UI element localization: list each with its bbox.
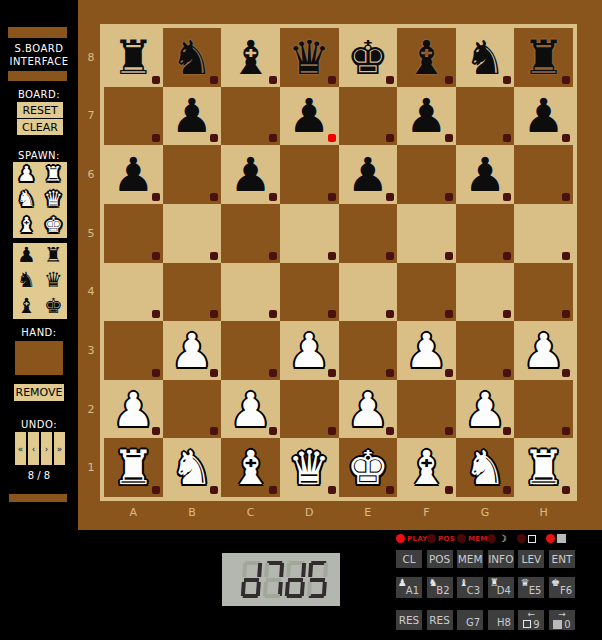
piece-white-pawn[interactable]: ♟ (464, 386, 506, 433)
key-label: A1 (406, 585, 419, 596)
piece-black-pawn[interactable]: ♟ (229, 151, 271, 198)
square-h7[interactable]: ♟ (514, 87, 573, 146)
black-square-icon (553, 620, 562, 629)
piece-white-rook[interactable]: ♜ (112, 444, 154, 491)
sensor-dot (386, 76, 394, 84)
square-g3[interactable] (456, 321, 515, 380)
rank-label-8: 8 (78, 28, 104, 87)
square-h2[interactable] (514, 380, 573, 439)
piece-white-queen[interactable]: ♛ (288, 444, 330, 491)
piece-white-bishop[interactable]: ♝ (229, 444, 271, 491)
sensor-dot (562, 310, 570, 318)
square-f5[interactable] (397, 204, 456, 263)
piece-black-rook[interactable]: ♜ (44, 243, 63, 267)
rank-label-2: 2 (78, 380, 104, 439)
spawn-white-pawn[interactable]: ♟ (17, 163, 36, 186)
hand-slot[interactable] (15, 341, 63, 375)
lcd-digit-2 (263, 561, 285, 598)
lcd-segment (243, 594, 258, 598)
piece-white-pawn[interactable]: ♟ (229, 386, 271, 433)
sensor-dot (445, 369, 453, 377)
sensor-dot (210, 134, 218, 142)
control-panel: PLAYPOSMEM☽ CLPOSMEMINFOLEVENT♟A1♞B2♝C3♜… (0, 530, 602, 640)
key-lev[interactable]: LEV (518, 550, 544, 568)
lcd-segment (310, 578, 325, 582)
led-play (396, 534, 405, 543)
lcd-segment (309, 594, 324, 598)
piece-white-pawn[interactable]: ♟ (405, 327, 447, 374)
title-line1: S.BOARD (0, 42, 78, 55)
key-label: B2 (436, 585, 449, 596)
sensor-dot (328, 369, 336, 377)
led-pos (427, 534, 436, 543)
piece-white-pawn[interactable]: ♟ (112, 386, 154, 433)
lcd-segment (301, 563, 306, 577)
piece-white-knight[interactable]: ♞ (171, 444, 213, 491)
piece-black-pawn[interactable]: ♟ (405, 92, 447, 139)
piece-white-pawn[interactable]: ♟ (171, 327, 213, 374)
square-g6[interactable]: ♟ (456, 145, 515, 204)
piece-white-king[interactable]: ♚ (347, 444, 389, 491)
sensor-dot (562, 76, 570, 84)
lcd-segment (279, 563, 284, 577)
spawn-white-queen[interactable]: ♛ (44, 188, 63, 211)
square-b4[interactable] (163, 263, 222, 322)
key-label: E5 (529, 585, 542, 596)
square-c6[interactable]: ♟ (221, 145, 280, 204)
file-label-g: G (456, 499, 515, 526)
lcd-segment (266, 578, 281, 582)
square-d2[interactable] (280, 380, 339, 439)
key-c3[interactable]: ♝C3 (457, 577, 483, 598)
lcd-digits (241, 561, 329, 598)
square-d8[interactable]: ♛ (280, 28, 339, 87)
square-d3[interactable]: ♟ (280, 321, 339, 380)
key-f6[interactable]: ♚F6 (549, 577, 575, 598)
spawn-white-bishop[interactable]: ♝ (17, 214, 36, 237)
sensor-dot (328, 193, 336, 201)
sensor-dot (269, 193, 277, 201)
led-white-square-group (517, 534, 536, 543)
spawn-white-rook[interactable]: ♜ (44, 163, 63, 186)
led-white-square (517, 534, 526, 543)
undo-controls: «‹›» (15, 432, 67, 465)
square-a7[interactable] (104, 87, 163, 146)
sensor-dot (445, 252, 453, 260)
spawn-black-bishop[interactable]: ♝ (17, 295, 36, 318)
square-f6[interactable] (397, 145, 456, 204)
square-a4[interactable] (104, 263, 163, 322)
spawn-white-knight[interactable]: ♞ (17, 188, 36, 211)
led-label: MEM (468, 535, 488, 543)
sensor-dot (503, 310, 511, 318)
square-d4[interactable] (280, 263, 339, 322)
sensor-dot (328, 486, 336, 494)
piece-white-king[interactable]: ♚ (44, 213, 63, 237)
sensor-dot (328, 76, 336, 84)
square-h3[interactable]: ♟ (514, 321, 573, 380)
lcd-segment (242, 563, 247, 577)
left-arrow-icon: ← (528, 611, 536, 618)
lcd-segment (288, 578, 303, 582)
lcd-display (222, 553, 340, 606)
led-pos-group: POS (427, 534, 455, 543)
file-label-a: A (104, 499, 163, 526)
square-c8[interactable]: ♝ (221, 28, 280, 87)
sensor-dot (562, 486, 570, 494)
sensor-dot (503, 427, 511, 435)
undo-backward-button[interactable]: ‹ (28, 432, 39, 465)
lcd-digit-3 (285, 561, 307, 598)
sensor-dot (152, 252, 160, 260)
piece-white-rook[interactable]: ♜ (44, 162, 63, 186)
square-h1[interactable]: ♜ (514, 438, 573, 497)
rank-label-5: 5 (78, 204, 104, 263)
piece-black-pawn[interactable]: ♟ (171, 92, 213, 139)
square-a6[interactable]: ♟ (104, 145, 163, 204)
board-section-label: BOARD: (0, 89, 78, 100)
piece-black-bishop[interactable]: ♝ (405, 34, 447, 81)
right-arrow-icon: → (558, 611, 566, 618)
lcd-segment (257, 563, 262, 577)
key-h8[interactable]: H8 (488, 610, 514, 630)
square-c2[interactable]: ♟ (221, 380, 280, 439)
sensor-dot (328, 252, 336, 260)
sensor-dot (210, 193, 218, 201)
piece-white-knight[interactable]: ♞ (464, 444, 506, 491)
undo-fast-forward-button[interactable]: » (54, 432, 65, 465)
piece-black-pawn[interactable]: ♟ (347, 151, 389, 198)
led-mem (457, 534, 466, 543)
file-label-e: E (339, 499, 398, 526)
square-g4[interactable] (456, 263, 515, 322)
lcd-segment (264, 563, 269, 577)
square-b7[interactable]: ♟ (163, 87, 222, 146)
sensor-dot (152, 310, 160, 318)
lcd-digit-1 (241, 561, 263, 598)
sensor-dot (152, 369, 160, 377)
piece-black-queen[interactable]: ♛ (288, 34, 330, 81)
key-cl[interactable]: CL (396, 550, 422, 568)
white-square-icon (523, 620, 531, 628)
screen: S.BOARD INTERFACE BOARD: RESET CLEAR SPA… (0, 0, 602, 640)
square-c7[interactable] (221, 87, 280, 146)
undo-fast-backward-button[interactable]: « (15, 432, 26, 465)
reset-button[interactable]: RESET (17, 102, 63, 118)
file-label-h: H (514, 499, 573, 526)
sensor-dot (210, 427, 218, 435)
key-pos[interactable]: POS (427, 550, 453, 568)
sensor-dot (503, 76, 511, 84)
sensor-dot (503, 486, 511, 494)
sensor-dot (562, 252, 570, 260)
square-h6[interactable] (514, 145, 573, 204)
sensor-dot (503, 369, 511, 377)
key-d4[interactable]: ♜D4 (488, 577, 514, 598)
sensor-dot (269, 427, 277, 435)
divider-bar-top (8, 27, 67, 38)
led-moon (487, 534, 496, 543)
file-label-d: D (280, 499, 339, 526)
file-label-b: B (163, 499, 222, 526)
sensor-dot (386, 486, 394, 494)
piece-black-pawn[interactable]: ♟ (112, 151, 154, 198)
piece-black-pawn[interactable]: ♟ (523, 92, 565, 139)
piece-black-rook[interactable]: ♜ (112, 34, 154, 81)
spawn-white-king[interactable]: ♚ (44, 214, 63, 237)
spawn-black-rook[interactable]: ♜ (44, 244, 63, 267)
piece-white-pawn[interactable]: ♟ (17, 162, 36, 186)
square-f1[interactable]: ♝ (397, 438, 456, 497)
sensor-dot (152, 76, 160, 84)
sensor-dot (269, 252, 277, 260)
lcd-segment (323, 563, 328, 577)
spawn-black-knight[interactable]: ♞ (17, 269, 36, 292)
sensor-dot (386, 193, 394, 201)
sensor-dot (269, 310, 277, 318)
lcd-segment (287, 594, 302, 598)
key-mem[interactable]: MEM (457, 550, 483, 568)
clear-button[interactable]: CLEAR (17, 119, 63, 135)
piece-black-bishop[interactable]: ♝ (229, 34, 271, 81)
square-g8[interactable]: ♞ (456, 28, 515, 87)
square-d5[interactable] (280, 204, 339, 263)
undo-forward-button[interactable]: › (41, 432, 52, 465)
sensor-dot (386, 310, 394, 318)
square-d1[interactable]: ♛ (280, 438, 339, 497)
sensor-dot (210, 486, 218, 494)
square-c5[interactable] (221, 204, 280, 263)
square-h5[interactable] (514, 204, 573, 263)
led-black-square (546, 534, 555, 543)
lcd-segment (308, 563, 313, 577)
file-labels: ABCDEFGH (104, 499, 573, 526)
sensor-dot (210, 310, 218, 318)
square-f7[interactable]: ♟ (397, 87, 456, 146)
key-info[interactable]: INFO (488, 550, 514, 568)
key-label: 0 (564, 619, 570, 630)
divider-bar-bottom (9, 494, 67, 502)
piece-black-knight[interactable]: ♞ (171, 34, 213, 81)
square-a1[interactable]: ♜ (104, 438, 163, 497)
piece-black-rook[interactable]: ♜ (523, 34, 565, 81)
lcd-segment (286, 563, 291, 577)
square-d6[interactable] (280, 145, 339, 204)
sensor-dot (386, 252, 394, 260)
square-g5[interactable] (456, 204, 515, 263)
key-res-1[interactable]: RES (396, 610, 422, 630)
led-black-square-group (546, 534, 566, 543)
key-g7[interactable]: G7 (457, 610, 483, 630)
sensor-dot (269, 76, 277, 84)
sensor-dot (210, 76, 218, 84)
square-c3[interactable] (221, 321, 280, 380)
square-h8[interactable]: ♜ (514, 28, 573, 87)
key-label: F6 (560, 585, 572, 596)
piece-black-queen[interactable]: ♛ (44, 268, 63, 292)
square-d7[interactable]: ♟ (280, 87, 339, 146)
undo-section-label: UNDO: (0, 419, 78, 430)
sensor-dot (210, 369, 218, 377)
lcd-segment (244, 578, 259, 582)
sensor-dot (562, 134, 570, 142)
square-g7[interactable] (456, 87, 515, 146)
moon-icon: ☽ (498, 534, 507, 543)
square-e5[interactable] (339, 204, 398, 263)
app-title: S.BOARD INTERFACE (0, 42, 78, 68)
key-label: C3 (467, 585, 480, 596)
rank-label-7: 7 (78, 87, 104, 146)
square-a5[interactable] (104, 204, 163, 263)
spawn-palette-black: ♟♜♞♛♝♚ (13, 243, 67, 319)
piece-black-king[interactable]: ♚ (44, 294, 63, 318)
sensor-dot (386, 427, 394, 435)
square-e8[interactable]: ♚ (339, 28, 398, 87)
sensor-dot (445, 427, 453, 435)
led-moon-group: ☽ (487, 534, 507, 543)
white-square-icon (528, 535, 536, 543)
file-label-f: F (397, 499, 456, 526)
remove-button[interactable]: REMOVE (14, 384, 64, 401)
square-a3[interactable] (104, 321, 163, 380)
square-b8[interactable]: ♞ (163, 28, 222, 87)
sensor-dot (328, 427, 336, 435)
sensor-dot (210, 252, 218, 260)
key-label-row: 0 (553, 619, 570, 630)
spawn-black-queen[interactable]: ♛ (44, 269, 63, 292)
king-icon: ♚ (551, 578, 560, 588)
piece-white-knight[interactable]: ♞ (17, 187, 36, 211)
led-label: PLAY (407, 535, 428, 543)
square-f8[interactable]: ♝ (397, 28, 456, 87)
key-b2[interactable]: ♞B2 (427, 577, 453, 598)
square-b6[interactable] (163, 145, 222, 204)
key-label: H8 (497, 617, 511, 628)
piece-white-queen[interactable]: ♛ (44, 187, 63, 211)
piece-black-knight[interactable]: ♞ (464, 34, 506, 81)
sensor-dot (503, 134, 511, 142)
square-g2[interactable]: ♟ (456, 380, 515, 439)
sensor-dot (152, 193, 160, 201)
sensor-dot (269, 134, 277, 142)
rank-labels: 87654321 (78, 28, 104, 497)
hand-section-label: HAND: (0, 327, 78, 338)
piece-black-pawn[interactable]: ♟ (288, 92, 330, 139)
key-label: 9 (533, 619, 539, 630)
key-a1[interactable]: ♟A1 (396, 577, 422, 598)
sensor-dot (152, 427, 160, 435)
led-label: POS (438, 535, 455, 543)
spawn-black-pawn[interactable]: ♟ (17, 244, 36, 267)
square-b1[interactable]: ♞ (163, 438, 222, 497)
square-c1[interactable]: ♝ (221, 438, 280, 497)
square-g1[interactable]: ♞ (456, 438, 515, 497)
sensor-dot (503, 193, 511, 201)
key-e5[interactable]: ♛E5 (518, 577, 544, 598)
square-b5[interactable] (163, 204, 222, 263)
square-h4[interactable] (514, 263, 573, 322)
spawn-black-king[interactable]: ♚ (44, 295, 63, 318)
chess-board: ♜♞♝♛♚♝♞♜♟♟♟♟♟♟♟♟♟♟♟♟♟♟♟♟♜♞♝♛♚♝♞♜ (104, 28, 573, 497)
key-label-row: 9 (523, 619, 539, 630)
square-a2[interactable]: ♟ (104, 380, 163, 439)
piece-black-pawn[interactable]: ♟ (464, 151, 506, 198)
black-square-icon (557, 534, 566, 543)
rank-label-4: 4 (78, 263, 104, 322)
sensor-dot (152, 134, 160, 142)
sensor-dot (562, 427, 570, 435)
square-f2[interactable] (397, 380, 456, 439)
led-mem-group: MEM (457, 534, 488, 543)
key-takeback-9[interactable]: ←9 (518, 610, 544, 630)
lcd-segment (265, 594, 280, 598)
undo-counter: 8 / 8 (0, 470, 78, 481)
sensor-dot-active (328, 134, 336, 142)
sensor-dot (152, 486, 160, 494)
sensor-dot (445, 486, 453, 494)
sensor-dot (386, 134, 394, 142)
piece-white-bishop[interactable]: ♝ (17, 213, 36, 237)
piece-white-pawn[interactable]: ♟ (288, 327, 330, 374)
sensor-dot (445, 76, 453, 84)
key-label: G7 (466, 617, 480, 628)
square-f3[interactable]: ♟ (397, 321, 456, 380)
square-b3[interactable]: ♟ (163, 321, 222, 380)
piece-white-pawn[interactable]: ♟ (347, 386, 389, 433)
sensor-dot (328, 310, 336, 318)
square-a8[interactable]: ♜ (104, 28, 163, 87)
sensor-dot (503, 252, 511, 260)
square-e2[interactable]: ♟ (339, 380, 398, 439)
square-e6[interactable]: ♟ (339, 145, 398, 204)
chess-board-region: 87654321 ABCDEFGH ♜♞♝♛♚♝♞♜♟♟♟♟♟♟♟♟♟♟♟♟♟♟… (78, 0, 602, 530)
spawn-palette-white: ♟♜♞♛♝♚ (13, 162, 67, 238)
square-e1[interactable]: ♚ (339, 438, 398, 497)
key-label: D4 (497, 585, 511, 596)
square-e3[interactable] (339, 321, 398, 380)
spawn-section-label: SPAWN: (0, 150, 78, 161)
key-res-2[interactable]: RES (427, 610, 453, 630)
piece-black-knight[interactable]: ♞ (17, 268, 36, 292)
title-line2: INTERFACE (0, 55, 78, 68)
piece-black-king[interactable]: ♚ (347, 34, 389, 81)
square-f4[interactable] (397, 263, 456, 322)
sensor-dot (445, 310, 453, 318)
sensor-dot (386, 369, 394, 377)
sensor-dot (269, 369, 277, 377)
piece-black-pawn[interactable]: ♟ (17, 243, 36, 267)
piece-black-bishop[interactable]: ♝ (17, 294, 36, 318)
square-b2[interactable] (163, 380, 222, 439)
key-forward-0[interactable]: →0 (549, 610, 575, 630)
square-e4[interactable] (339, 263, 398, 322)
sensor-dot (562, 193, 570, 201)
sensor-dot (562, 369, 570, 377)
piece-white-bishop[interactable]: ♝ (405, 444, 447, 491)
piece-white-rook[interactable]: ♜ (523, 444, 565, 491)
rank-label-1: 1 (78, 438, 104, 497)
square-e7[interactable] (339, 87, 398, 146)
piece-white-pawn[interactable]: ♟ (523, 327, 565, 374)
key-ent[interactable]: ENT (549, 550, 575, 568)
sensor-dot (269, 486, 277, 494)
sensor-dot (445, 134, 453, 142)
square-c4[interactable] (221, 263, 280, 322)
rank-label-3: 3 (78, 321, 104, 380)
file-label-c: C (221, 499, 280, 526)
led-play-group: PLAY (396, 534, 428, 543)
rank-label-6: 6 (78, 145, 104, 204)
